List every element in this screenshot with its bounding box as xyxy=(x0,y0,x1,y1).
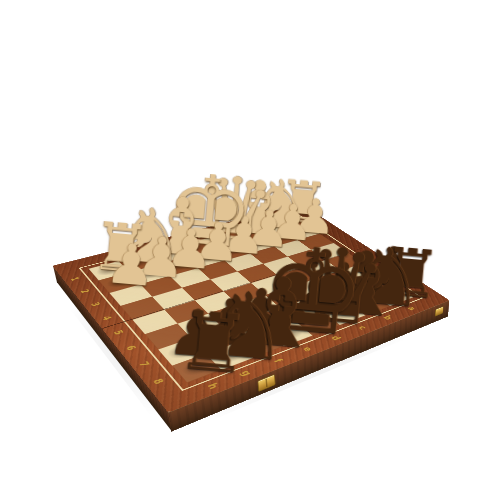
square-h2[interactable]: ♟ xyxy=(99,272,141,293)
product-photo-scene: ♜♞♝♚♛♝♞♜♟♟♟♟♟♟♟♟♟♟♟♟♟♟♟♟♜♞♝♚♛♝♞♜ 1234567… xyxy=(0,0,500,500)
rank-label-5: 5 xyxy=(108,326,131,339)
black-rook[interactable]: ♜ xyxy=(130,296,297,390)
rank-label-4: 4 xyxy=(96,312,119,324)
square-h8[interactable]: ♜ xyxy=(172,354,221,383)
board-frame: ♜♞♝♚♛♝♞♜♟♟♟♟♟♟♟♟♟♟♟♟♟♟♟♟♜♞♝♚♛♝♞♜ 1234567… xyxy=(52,204,450,413)
rank-label-3: 3 xyxy=(85,298,107,309)
chess-board: ♜♞♝♚♛♝♞♜♟♟♟♟♟♟♟♟♟♟♟♟♟♟♟♟♜♞♝♚♛♝♞♜ xyxy=(89,216,414,383)
folding-chess-set: ♜♞♝♚♛♝♞♜♟♟♟♟♟♟♟♟♟♟♟♟♟♟♟♟♜♞♝♚♛♝♞♜ 1234567… xyxy=(52,204,450,413)
